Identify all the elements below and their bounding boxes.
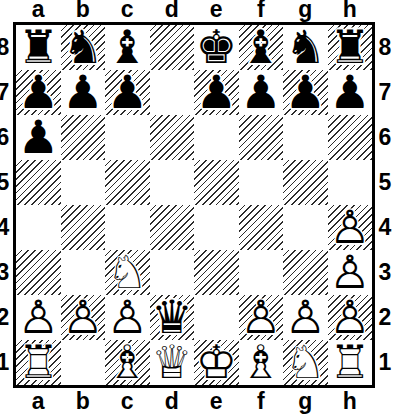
square-g1: ♞♘ (283, 340, 328, 385)
file-labels-top: abcdefgh (16, 0, 372, 21)
file-label-e: e (194, 388, 239, 415)
piece-white-queen: ♛♕ (150, 340, 195, 385)
piece-glyph: ♙ (16, 295, 61, 340)
rank-label-8: 8 (0, 25, 13, 70)
rank-label-1: 1 (0, 340, 13, 385)
rank-label-8: 8 (374, 25, 396, 70)
square-d2: ♛ (150, 295, 195, 340)
piece-white-rook: ♜♖ (16, 340, 61, 385)
file-label-d: d (150, 0, 195, 21)
square-d1: ♛♕ (150, 340, 195, 385)
square-e1: ♚♔ (194, 340, 239, 385)
square-h3: ♟♙ (328, 250, 373, 295)
rank-label-4: 4 (0, 205, 13, 250)
piece-white-pawn: ♟♙ (328, 205, 373, 250)
piece-white-pawn: ♟♙ (105, 295, 150, 340)
square-h8: ♜ (328, 25, 373, 70)
square-g8: ♞ (283, 25, 328, 70)
piece-glyph: ♞ (61, 25, 106, 70)
piece-black-pawn: ♟ (283, 70, 328, 115)
file-labels-bottom: abcdefgh (16, 388, 372, 415)
piece-white-rook: ♜♖ (328, 340, 373, 385)
piece-black-knight: ♞ (61, 25, 106, 70)
piece-glyph: ♟ (105, 70, 150, 115)
file-label-f: f (239, 388, 284, 415)
piece-black-knight: ♞ (283, 25, 328, 70)
square-f7: ♟ (239, 70, 284, 115)
piece-black-bishop: ♝ (105, 25, 150, 70)
square-d8 (150, 25, 195, 70)
square-f6 (239, 115, 284, 160)
piece-glyph: ♙ (328, 250, 373, 295)
chess-board-diagram: abcdefgh 87654321 87654321 ♜♞♝♚♝♞♜♟♟♟♟♟♟… (0, 0, 396, 415)
piece-glyph: ♙ (61, 295, 106, 340)
rank-label-7: 7 (374, 70, 396, 115)
piece-glyph: ♗ (239, 340, 284, 385)
square-d3 (150, 250, 195, 295)
square-c1: ♝♗ (105, 340, 150, 385)
square-c5 (105, 160, 150, 205)
piece-black-rook: ♜ (328, 25, 373, 70)
square-b5 (61, 160, 106, 205)
rank-label-5: 5 (0, 160, 13, 205)
square-b8: ♞ (61, 25, 106, 70)
piece-black-king: ♚ (194, 25, 239, 70)
square-a7: ♟ (16, 70, 61, 115)
piece-glyph: ♙ (105, 295, 150, 340)
square-h5 (328, 160, 373, 205)
piece-black-pawn: ♟ (105, 70, 150, 115)
piece-glyph: ♙ (328, 295, 373, 340)
rank-label-3: 3 (374, 250, 396, 295)
piece-white-king: ♚♔ (194, 340, 239, 385)
square-g5 (283, 160, 328, 205)
piece-glyph: ♙ (283, 295, 328, 340)
rank-label-7: 7 (0, 70, 13, 115)
piece-black-pawn: ♟ (16, 70, 61, 115)
piece-white-pawn: ♟♙ (283, 295, 328, 340)
rank-label-2: 2 (374, 295, 396, 340)
file-label-f: f (239, 0, 284, 21)
square-h6 (328, 115, 373, 160)
piece-white-pawn: ♟♙ (239, 295, 284, 340)
square-e7: ♟ (194, 70, 239, 115)
piece-glyph: ♙ (239, 295, 284, 340)
square-d7 (150, 70, 195, 115)
square-b2: ♟♙ (61, 295, 106, 340)
piece-black-rook: ♜ (16, 25, 61, 70)
square-g4 (283, 205, 328, 250)
square-e5 (194, 160, 239, 205)
file-label-e: e (194, 0, 239, 21)
file-label-d: d (150, 388, 195, 415)
square-a8: ♜ (16, 25, 61, 70)
square-c2: ♟♙ (105, 295, 150, 340)
square-a6: ♟ (16, 115, 61, 160)
piece-white-pawn: ♟♙ (61, 295, 106, 340)
square-g3 (283, 250, 328, 295)
square-f4 (239, 205, 284, 250)
piece-glyph: ♘ (283, 340, 328, 385)
rank-label-1: 1 (374, 340, 396, 385)
piece-black-pawn: ♟ (16, 115, 61, 160)
piece-glyph: ♟ (239, 70, 284, 115)
square-b3 (61, 250, 106, 295)
square-c3: ♞♘ (105, 250, 150, 295)
piece-glyph: ♕ (150, 340, 195, 385)
square-b7: ♟ (61, 70, 106, 115)
piece-glyph: ♟ (328, 70, 373, 115)
square-a5 (16, 160, 61, 205)
piece-black-bishop: ♝ (239, 25, 284, 70)
square-a2: ♟♙ (16, 295, 61, 340)
piece-glyph: ♟ (283, 70, 328, 115)
piece-black-pawn: ♟ (61, 70, 106, 115)
square-a4 (16, 205, 61, 250)
square-c8: ♝ (105, 25, 150, 70)
rank-label-6: 6 (0, 115, 13, 160)
square-e4 (194, 205, 239, 250)
square-f2: ♟♙ (239, 295, 284, 340)
square-e8: ♚ (194, 25, 239, 70)
piece-glyph: ♜ (16, 25, 61, 70)
square-b4 (61, 205, 106, 250)
piece-black-pawn: ♟ (194, 70, 239, 115)
square-c7: ♟ (105, 70, 150, 115)
piece-white-knight: ♞♘ (105, 250, 150, 295)
piece-white-pawn: ♟♙ (328, 295, 373, 340)
square-f5 (239, 160, 284, 205)
square-d5 (150, 160, 195, 205)
square-h1: ♜♖ (328, 340, 373, 385)
file-label-g: g (283, 0, 328, 21)
piece-glyph: ♝ (105, 25, 150, 70)
file-label-a: a (16, 0, 61, 21)
rank-labels-right: 87654321 (374, 25, 396, 385)
square-g2: ♟♙ (283, 295, 328, 340)
rank-label-3: 3 (0, 250, 13, 295)
piece-glyph: ♞ (283, 25, 328, 70)
piece-glyph: ♟ (16, 115, 61, 160)
piece-glyph: ♟ (61, 70, 106, 115)
file-label-c: c (105, 0, 150, 21)
piece-white-knight: ♞♘ (283, 340, 328, 385)
piece-glyph: ♛ (150, 295, 195, 340)
square-f3 (239, 250, 284, 295)
file-label-a: a (16, 388, 61, 415)
piece-glyph: ♙ (328, 205, 373, 250)
file-label-c: c (105, 388, 150, 415)
file-label-b: b (61, 0, 106, 21)
square-h4: ♟♙ (328, 205, 373, 250)
square-b1 (61, 340, 106, 385)
square-e6 (194, 115, 239, 160)
square-f1: ♝♗ (239, 340, 284, 385)
square-e3 (194, 250, 239, 295)
square-b6 (61, 115, 106, 160)
file-label-h: h (328, 388, 373, 415)
square-h7: ♟ (328, 70, 373, 115)
piece-glyph: ♖ (16, 340, 61, 385)
piece-glyph: ♔ (194, 340, 239, 385)
rank-label-4: 4 (374, 205, 396, 250)
piece-glyph: ♟ (16, 70, 61, 115)
piece-glyph: ♘ (105, 250, 150, 295)
piece-black-pawn: ♟ (239, 70, 284, 115)
rank-labels-left: 87654321 (0, 25, 13, 385)
square-g7: ♟ (283, 70, 328, 115)
piece-white-bishop: ♝♗ (239, 340, 284, 385)
rank-label-6: 6 (374, 115, 396, 160)
file-label-g: g (283, 388, 328, 415)
square-e2 (194, 295, 239, 340)
square-a1: ♜♖ (16, 340, 61, 385)
square-c6 (105, 115, 150, 160)
piece-glyph: ♗ (105, 340, 150, 385)
square-c4 (105, 205, 150, 250)
file-label-h: h (328, 0, 373, 21)
square-f8: ♝ (239, 25, 284, 70)
chess-board: ♜♞♝♚♝♞♜♟♟♟♟♟♟♟♟♟♙♞♘♟♙♟♙♟♙♟♙♛♟♙♟♙♟♙♜♖♝♗♛♕… (13, 22, 375, 388)
file-label-b: b (61, 388, 106, 415)
piece-glyph: ♜ (328, 25, 373, 70)
piece-glyph: ♚ (194, 25, 239, 70)
square-d6 (150, 115, 195, 160)
piece-glyph: ♖ (328, 340, 373, 385)
square-h2: ♟♙ (328, 295, 373, 340)
piece-white-pawn: ♟♙ (16, 295, 61, 340)
piece-glyph: ♝ (239, 25, 284, 70)
piece-black-pawn: ♟ (328, 70, 373, 115)
piece-glyph: ♟ (194, 70, 239, 115)
piece-white-bishop: ♝♗ (105, 340, 150, 385)
rank-label-2: 2 (0, 295, 13, 340)
square-g6 (283, 115, 328, 160)
piece-black-queen: ♛ (150, 295, 195, 340)
square-a3 (16, 250, 61, 295)
rank-label-5: 5 (374, 160, 396, 205)
piece-white-pawn: ♟♙ (328, 250, 373, 295)
square-d4 (150, 205, 195, 250)
